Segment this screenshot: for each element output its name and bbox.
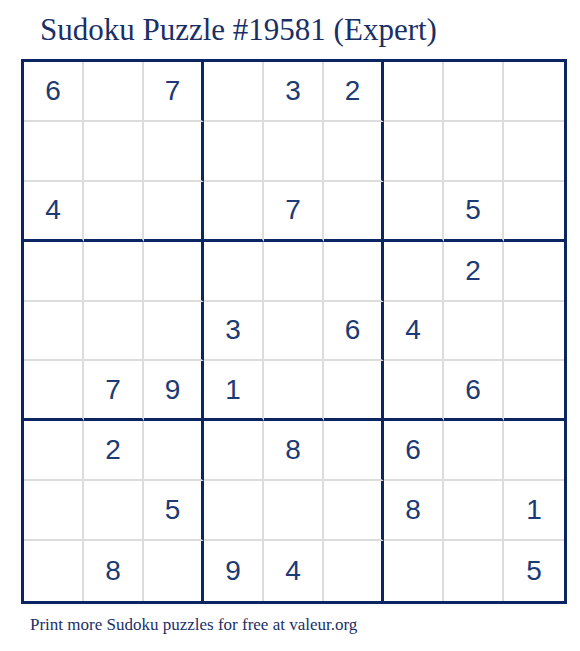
cell-r8c5[interactable]: [264, 481, 324, 541]
cell-r3c3[interactable]: [144, 182, 204, 242]
cell-r2c8[interactable]: [444, 122, 504, 182]
cell-r6c6[interactable]: [324, 361, 384, 421]
cell-r4c2[interactable]: [84, 242, 144, 302]
cell-r5c1[interactable]: [24, 302, 84, 362]
cell-r7c6[interactable]: [324, 421, 384, 481]
cell-r5c7[interactable]: 4: [384, 302, 444, 362]
cell-r4c3[interactable]: [144, 242, 204, 302]
cell-r9c9[interactable]: 5: [504, 541, 564, 601]
cell-r7c1[interactable]: [24, 421, 84, 481]
cell-r2c4[interactable]: [204, 122, 264, 182]
cell-r5c9[interactable]: [504, 302, 564, 362]
cell-r7c9[interactable]: [504, 421, 564, 481]
cell-r9c8[interactable]: [444, 541, 504, 601]
footer-text: Print more Sudoku puzzles for free at va…: [30, 615, 357, 635]
cell-r9c3[interactable]: [144, 541, 204, 601]
cell-r6c5[interactable]: [264, 361, 324, 421]
cell-r8c2[interactable]: [84, 481, 144, 541]
cell-r2c2[interactable]: [84, 122, 144, 182]
cell-r2c1[interactable]: [24, 122, 84, 182]
cell-r6c4[interactable]: 1: [204, 361, 264, 421]
cell-r3c9[interactable]: [504, 182, 564, 242]
cell-r5c3[interactable]: [144, 302, 204, 362]
cell-r5c4[interactable]: 3: [204, 302, 264, 362]
cell-r1c6[interactable]: 2: [324, 62, 384, 122]
cell-r8c1[interactable]: [24, 481, 84, 541]
cell-r2c3[interactable]: [144, 122, 204, 182]
cell-r3c5[interactable]: 7: [264, 182, 324, 242]
cell-r9c1[interactable]: [24, 541, 84, 601]
cell-r3c7[interactable]: [384, 182, 444, 242]
cell-r6c8[interactable]: 6: [444, 361, 504, 421]
cell-r9c4[interactable]: 9: [204, 541, 264, 601]
cell-r6c1[interactable]: [24, 361, 84, 421]
cell-r4c4[interactable]: [204, 242, 264, 302]
cell-r2c9[interactable]: [504, 122, 564, 182]
cell-r1c1[interactable]: 6: [24, 62, 84, 122]
cell-r1c2[interactable]: [84, 62, 144, 122]
cell-r5c6[interactable]: 6: [324, 302, 384, 362]
cell-r8c6[interactable]: [324, 481, 384, 541]
cell-r5c8[interactable]: [444, 302, 504, 362]
cell-r3c8[interactable]: 5: [444, 182, 504, 242]
page-title: Sudoku Puzzle #19581 (Expert): [40, 14, 437, 45]
cell-r4c6[interactable]: [324, 242, 384, 302]
cell-r4c9[interactable]: [504, 242, 564, 302]
cell-r2c6[interactable]: [324, 122, 384, 182]
cell-r6c2[interactable]: 7: [84, 361, 144, 421]
cell-r3c2[interactable]: [84, 182, 144, 242]
cell-r1c7[interactable]: [384, 62, 444, 122]
cell-r7c4[interactable]: [204, 421, 264, 481]
cell-r4c5[interactable]: [264, 242, 324, 302]
cell-r5c5[interactable]: [264, 302, 324, 362]
cell-r8c7[interactable]: 8: [384, 481, 444, 541]
cell-r4c1[interactable]: [24, 242, 84, 302]
cell-r8c9[interactable]: 1: [504, 481, 564, 541]
cell-r7c2[interactable]: 2: [84, 421, 144, 481]
cell-r8c3[interactable]: 5: [144, 481, 204, 541]
cell-r1c4[interactable]: [204, 62, 264, 122]
cell-r8c8[interactable]: [444, 481, 504, 541]
cell-r7c3[interactable]: [144, 421, 204, 481]
cell-r1c8[interactable]: [444, 62, 504, 122]
cell-r8c4[interactable]: [204, 481, 264, 541]
cell-r6c9[interactable]: [504, 361, 564, 421]
cell-r1c9[interactable]: [504, 62, 564, 122]
cell-r1c3[interactable]: 7: [144, 62, 204, 122]
sudoku-board: 6732475236479162865818945: [21, 59, 567, 604]
cell-r9c7[interactable]: [384, 541, 444, 601]
cell-r3c1[interactable]: 4: [24, 182, 84, 242]
cell-r7c7[interactable]: 6: [384, 421, 444, 481]
cell-r9c2[interactable]: 8: [84, 541, 144, 601]
cell-r6c7[interactable]: [384, 361, 444, 421]
cell-r7c8[interactable]: [444, 421, 504, 481]
cell-r3c4[interactable]: [204, 182, 264, 242]
cell-r9c6[interactable]: [324, 541, 384, 601]
cell-r1c5[interactable]: 3: [264, 62, 324, 122]
cell-r3c6[interactable]: [324, 182, 384, 242]
cell-r6c3[interactable]: 9: [144, 361, 204, 421]
cell-r7c5[interactable]: 8: [264, 421, 324, 481]
cell-r9c5[interactable]: 4: [264, 541, 324, 601]
cell-r2c5[interactable]: [264, 122, 324, 182]
cell-r5c2[interactable]: [84, 302, 144, 362]
cell-r4c7[interactable]: [384, 242, 444, 302]
cell-r2c7[interactable]: [384, 122, 444, 182]
cell-r4c8[interactable]: 2: [444, 242, 504, 302]
